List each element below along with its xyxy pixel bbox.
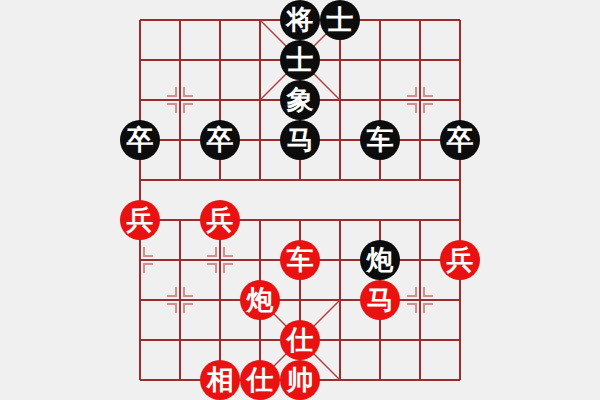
piece-red-cannon[interactable]: 炮 [240,280,280,320]
piece-red-soldier[interactable]: 兵 [120,200,160,240]
piece-red-elephant[interactable]: 相 [200,360,240,400]
piece-black-elephant[interactable]: 象 [280,80,320,120]
piece-black-general[interactable]: 将 [280,0,320,40]
piece-red-horse[interactable]: 马 [360,280,400,320]
pieces-layer: 将士士象卒卒马车卒炮兵兵车兵炮马仕相仕帅 [120,0,480,400]
piece-black-soldier[interactable]: 卒 [200,120,240,160]
piece-red-soldier[interactable]: 兵 [200,200,240,240]
piece-red-general[interactable]: 帅 [280,360,320,400]
piece-black-advisor[interactable]: 士 [280,40,320,80]
piece-red-soldier[interactable]: 兵 [440,240,480,280]
piece-red-advisor[interactable]: 仕 [280,320,320,360]
piece-red-chariot[interactable]: 车 [280,240,320,280]
piece-red-advisor[interactable]: 仕 [240,360,280,400]
piece-black-soldier[interactable]: 卒 [440,120,480,160]
piece-black-chariot[interactable]: 车 [360,120,400,160]
piece-black-cannon[interactable]: 炮 [360,240,400,280]
piece-black-soldier[interactable]: 卒 [120,120,160,160]
xiangqi-board: 将士士象卒卒马车卒炮兵兵车兵炮马仕相仕帅 [0,0,600,400]
piece-black-advisor[interactable]: 士 [320,0,360,40]
piece-black-horse[interactable]: 马 [280,120,320,160]
